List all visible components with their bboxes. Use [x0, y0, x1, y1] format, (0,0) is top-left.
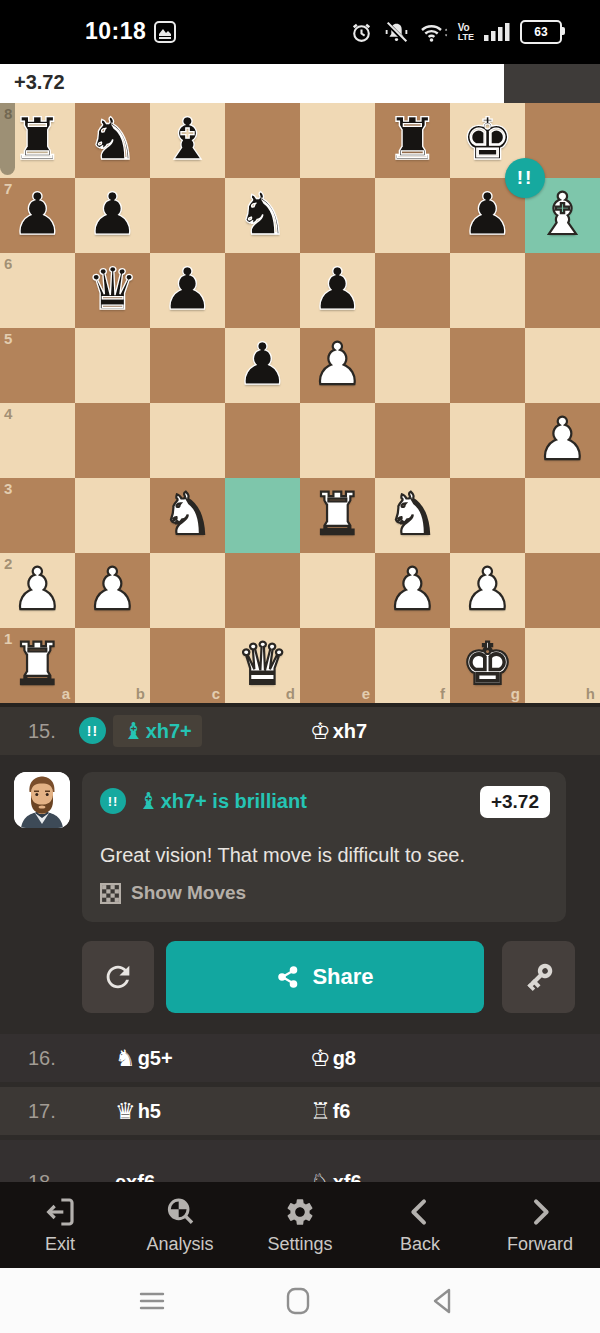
square-b4[interactable]: [75, 403, 150, 478]
square-c5[interactable]: [150, 328, 225, 403]
black-move[interactable]: ♘xf6: [310, 1158, 362, 1182]
square-f1[interactable]: f: [375, 628, 450, 703]
mute-vibrate-icon: [383, 20, 410, 45]
white-move-selected[interactable]: ♝ xh7+: [113, 715, 202, 747]
black-rook: ♜: [375, 101, 450, 178]
android-navigation-bar: [0, 1268, 600, 1333]
move-number: 16.: [28, 1034, 56, 1082]
square-b6[interactable]: ♛: [75, 253, 150, 328]
coach-section: !! ♝ xh7+ is brilliant +3.72 Great visio…: [0, 755, 600, 1034]
chevron-right-icon: [524, 1196, 556, 1228]
square-g4[interactable]: [450, 403, 525, 478]
square-d5[interactable]: ♟: [225, 328, 300, 403]
square-c3[interactable]: ♞: [150, 478, 225, 553]
evaluation-bar-black: [504, 64, 600, 103]
move-row: 17.♛h5♖f6: [0, 1087, 600, 1135]
square-a1[interactable]: 1a♜: [0, 628, 75, 703]
square-h6[interactable]: [525, 253, 600, 328]
square-g1[interactable]: g♚: [450, 628, 525, 703]
move-row: 18.exf6♘xf6: [0, 1140, 600, 1182]
square-e5[interactable]: ♟: [300, 328, 375, 403]
square-f5[interactable]: [375, 328, 450, 403]
square-e1[interactable]: e: [300, 628, 375, 703]
recents-menu-icon[interactable]: [136, 1285, 168, 1317]
square-h2[interactable]: [525, 553, 600, 628]
square-h3[interactable]: [525, 478, 600, 553]
bishop-move-icon: ♝: [123, 718, 144, 744]
square-h5[interactable]: [525, 328, 600, 403]
move-number: 17.: [28, 1087, 56, 1135]
file-label: f: [440, 685, 445, 702]
white-pawn: ♟: [75, 551, 150, 628]
file-label: d: [286, 685, 295, 702]
rank-label: 5: [4, 330, 12, 347]
square-f2[interactable]: ♟: [375, 553, 450, 628]
square-d1[interactable]: d♛: [225, 628, 300, 703]
square-e2[interactable]: [300, 553, 375, 628]
black-move[interactable]: ♔ xh7: [310, 707, 367, 755]
black-pawn: ♟: [300, 251, 375, 328]
evaluation-badge: +3.72: [480, 786, 550, 818]
square-f4[interactable]: [375, 403, 450, 478]
black-bishop: ♝: [150, 101, 225, 178]
settings-button[interactable]: Settings: [240, 1182, 360, 1268]
square-d8[interactable]: [225, 103, 300, 178]
square-b5[interactable]: [75, 328, 150, 403]
square-c4[interactable]: [150, 403, 225, 478]
square-c8[interactable]: ♝: [150, 103, 225, 178]
square-d6[interactable]: [225, 253, 300, 328]
brilliant-badge-icon: !!: [79, 717, 106, 744]
square-c1[interactable]: c: [150, 628, 225, 703]
square-c6[interactable]: ♟: [150, 253, 225, 328]
white-move[interactable]: ♞g5+: [115, 1034, 173, 1082]
square-g3[interactable]: [450, 478, 525, 553]
piece-move-icon: ♘: [310, 1169, 331, 1182]
white-move[interactable]: exf6: [115, 1158, 155, 1182]
move-row-current[interactable]: 15. !! ♝ xh7+ ♔ xh7: [0, 707, 600, 755]
share-icon: [276, 965, 300, 989]
file-label: g: [511, 685, 520, 702]
file-label: a: [62, 685, 70, 702]
key-icon: [521, 959, 557, 995]
home-button-icon[interactable]: [282, 1285, 314, 1317]
black-queen: ♛: [75, 251, 150, 328]
settings-gear-icon: [284, 1196, 316, 1228]
clock-time: 10:18: [85, 18, 146, 45]
square-d4[interactable]: [225, 403, 300, 478]
square-a2[interactable]: 2♟: [0, 553, 75, 628]
evaluation-bar-white: +3.72: [0, 64, 504, 103]
chevron-left-icon: [404, 1196, 436, 1228]
white-pawn: ♟: [375, 551, 450, 628]
refresh-icon: [101, 960, 135, 994]
evaluation-bar: +3.72: [0, 64, 600, 103]
square-b1[interactable]: b: [75, 628, 150, 703]
move-number: 15.: [28, 707, 56, 755]
move-number: 18.: [28, 1158, 56, 1182]
square-f6[interactable]: [375, 253, 450, 328]
square-a7[interactable]: 7♟: [0, 178, 75, 253]
black-pawn: ♟: [150, 251, 225, 328]
piece-move-icon: ♔: [310, 1045, 331, 1071]
square-g2[interactable]: ♟: [450, 553, 525, 628]
rank-label: 6: [4, 255, 12, 272]
retry-button[interactable]: [82, 941, 154, 1013]
square-a4[interactable]: 4: [0, 403, 75, 478]
forward-button[interactable]: Forward: [480, 1182, 600, 1268]
brilliant-badge-icon: !!: [100, 788, 126, 814]
coach-avatar: [14, 772, 70, 828]
square-a3[interactable]: 3: [0, 478, 75, 553]
evaluation-score: +3.72: [14, 71, 65, 94]
square-f3[interactable]: ♞: [375, 478, 450, 553]
white-rook: ♜: [300, 476, 375, 553]
square-c7[interactable]: [150, 178, 225, 253]
square-h4[interactable]: ♟: [525, 403, 600, 478]
analysis-button[interactable]: Analysis: [120, 1182, 240, 1268]
analysis-icon: [164, 1196, 196, 1228]
king-move-icon: ♔: [310, 718, 331, 744]
square-c2[interactable]: [150, 553, 225, 628]
square-h1[interactable]: h: [525, 628, 600, 703]
bottom-navigation: Exit Analysis Settings Back Forward: [0, 1182, 600, 1268]
square-a5[interactable]: 5: [0, 328, 75, 403]
square-f7[interactable]: [375, 178, 450, 253]
piece-move-icon: ♛: [115, 1098, 136, 1124]
file-label: e: [362, 685, 370, 702]
status-bar: 10:18 VoLTE 63: [0, 0, 600, 64]
square-e8[interactable]: [300, 103, 375, 178]
black-move[interactable]: ♖f6: [310, 1087, 350, 1135]
square-b3[interactable]: [75, 478, 150, 553]
brilliant-move-badge: !!: [505, 158, 545, 198]
square-d7[interactable]: ♞: [225, 178, 300, 253]
file-label: h: [586, 685, 595, 702]
self-analysis-button[interactable]: [502, 941, 575, 1013]
rank-label: 3: [4, 480, 12, 497]
black-knight: ♞: [75, 101, 150, 178]
square-d3[interactable]: [225, 478, 300, 553]
move-classification-title: ♝ xh7+ is brilliant: [138, 788, 307, 814]
black-pawn: ♟: [225, 326, 300, 403]
coach-comment-card: !! ♝ xh7+ is brilliant +3.72 Great visio…: [82, 772, 566, 922]
scroll-indicator: [0, 103, 15, 175]
white-pawn: ♟: [300, 326, 375, 403]
square-b2[interactable]: ♟: [75, 553, 150, 628]
wifi-icon: [419, 20, 449, 45]
mini-board-icon: [100, 883, 121, 904]
square-a6[interactable]: 6: [0, 253, 75, 328]
black-move[interactable]: ♔g8: [310, 1034, 356, 1082]
square-d2[interactable]: [225, 553, 300, 628]
screenshot-icon: [153, 20, 177, 44]
square-e3[interactable]: ♜: [300, 478, 375, 553]
rank-label: 7: [4, 180, 12, 197]
rank-label: 4: [4, 405, 12, 422]
square-f8[interactable]: ♜: [375, 103, 450, 178]
battery-indicator: 63: [520, 20, 562, 44]
black-pawn: ♟: [75, 176, 150, 253]
rank-label: 1: [4, 630, 12, 647]
white-pawn: ♟: [450, 551, 525, 628]
signal-bars-icon: [483, 20, 511, 44]
square-e6[interactable]: ♟: [300, 253, 375, 328]
move-row: 16.♞g5+♔g8: [0, 1034, 600, 1082]
rank-label: 2: [4, 555, 12, 572]
chess-app-screen: 10:18 VoLTE 63 +: [0, 0, 600, 1333]
show-moves-button[interactable]: Show Moves: [100, 882, 246, 904]
black-knight: ♞: [225, 176, 300, 253]
square-e4[interactable]: [300, 403, 375, 478]
coach-comment-text: Great vision! That move is difficult to …: [100, 844, 465, 867]
white-pawn: ♟: [525, 401, 600, 478]
file-label: b: [136, 685, 145, 702]
exit-button[interactable]: Exit: [0, 1182, 120, 1268]
back-button[interactable]: Back: [360, 1182, 480, 1268]
alarm-icon: [349, 20, 374, 45]
chess-board[interactable]: 8♜♞♝♜♚7♟♟♞♟♝6♛♟♟5♟♟4♟3♞♜♞2♟♟♟♟1a♜bcd♛efg…: [0, 103, 600, 703]
square-g6[interactable]: [450, 253, 525, 328]
volte-indicator: VoLTE: [458, 23, 474, 42]
piece-move-icon: ♖: [310, 1098, 331, 1124]
exit-icon: [44, 1196, 76, 1228]
white-knight: ♞: [375, 476, 450, 553]
file-label: c: [212, 685, 220, 702]
square-e7[interactable]: [300, 178, 375, 253]
share-button[interactable]: Share: [166, 941, 484, 1013]
share-label: Share: [312, 964, 373, 990]
bishop-move-icon: ♝: [138, 788, 159, 814]
square-g5[interactable]: [450, 328, 525, 403]
square-b8[interactable]: ♞: [75, 103, 150, 178]
back-button-icon[interactable]: [427, 1285, 459, 1317]
piece-move-icon: ♞: [115, 1045, 136, 1071]
square-b7[interactable]: ♟: [75, 178, 150, 253]
white-move[interactable]: ♛h5: [115, 1087, 161, 1135]
white-knight: ♞: [150, 476, 225, 553]
